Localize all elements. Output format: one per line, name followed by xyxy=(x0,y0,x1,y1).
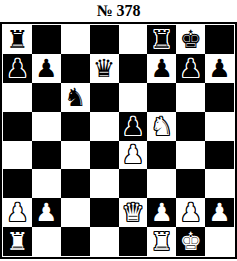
square-h5[interactable] xyxy=(205,112,234,141)
square-c2[interactable] xyxy=(61,198,90,227)
square-g8[interactable]: ♚ xyxy=(176,25,205,54)
page-title: № 378 xyxy=(0,0,237,22)
square-d1[interactable] xyxy=(90,227,119,256)
white-knight[interactable]: ♞ xyxy=(151,114,173,139)
square-h2[interactable]: ♟ xyxy=(205,198,234,227)
square-d5[interactable] xyxy=(90,112,119,141)
square-h7[interactable]: ♟ xyxy=(205,54,234,83)
black-queen[interactable]: ♛ xyxy=(93,56,115,81)
square-g1[interactable]: ♚ xyxy=(176,227,205,256)
white-pawn[interactable]: ♟ xyxy=(122,142,144,167)
square-e2[interactable]: ♛ xyxy=(119,198,148,227)
square-c5[interactable] xyxy=(61,112,90,141)
puzzle-diagram: № 378 ♜♜♚♟♟♛♟♟♟♞♟♞♟♟♟♛♟♟♟♜♜♚ xyxy=(0,0,237,261)
square-a6[interactable] xyxy=(3,83,32,112)
white-queen[interactable]: ♛ xyxy=(122,200,144,225)
white-pawn[interactable]: ♟ xyxy=(6,200,28,225)
square-f4[interactable] xyxy=(147,141,176,170)
white-pawn[interactable]: ♟ xyxy=(35,200,57,225)
square-f3[interactable] xyxy=(147,169,176,198)
square-h3[interactable] xyxy=(205,169,234,198)
square-e7[interactable] xyxy=(119,54,148,83)
square-a1[interactable]: ♜ xyxy=(3,227,32,256)
square-f6[interactable] xyxy=(147,83,176,112)
square-c8[interactable] xyxy=(61,25,90,54)
white-rook[interactable]: ♜ xyxy=(6,229,28,254)
square-e6[interactable] xyxy=(119,83,148,112)
square-d2[interactable] xyxy=(90,198,119,227)
square-f5[interactable]: ♞ xyxy=(147,112,176,141)
square-g7[interactable]: ♟ xyxy=(176,54,205,83)
square-a3[interactable] xyxy=(3,169,32,198)
square-d6[interactable] xyxy=(90,83,119,112)
square-d7[interactable]: ♛ xyxy=(90,54,119,83)
square-g4[interactable] xyxy=(176,141,205,170)
square-b6[interactable] xyxy=(32,83,61,112)
square-e1[interactable] xyxy=(119,227,148,256)
square-b4[interactable] xyxy=(32,141,61,170)
white-pawn[interactable]: ♟ xyxy=(151,200,173,225)
square-c4[interactable] xyxy=(61,141,90,170)
square-f7[interactable]: ♟ xyxy=(147,54,176,83)
black-rook[interactable]: ♜ xyxy=(6,27,28,52)
white-rook[interactable]: ♜ xyxy=(151,229,173,254)
black-pawn[interactable]: ♟ xyxy=(35,56,57,81)
square-a8[interactable]: ♜ xyxy=(3,25,32,54)
black-rook[interactable]: ♜ xyxy=(151,27,173,52)
square-g3[interactable] xyxy=(176,169,205,198)
square-c1[interactable] xyxy=(61,227,90,256)
square-c3[interactable] xyxy=(61,169,90,198)
black-pawn[interactable]: ♟ xyxy=(179,56,201,81)
square-a4[interactable] xyxy=(3,141,32,170)
white-pawn[interactable]: ♟ xyxy=(179,200,201,225)
square-g5[interactable] xyxy=(176,112,205,141)
square-g2[interactable]: ♟ xyxy=(176,198,205,227)
square-c7[interactable] xyxy=(61,54,90,83)
black-pawn[interactable]: ♟ xyxy=(6,56,28,81)
square-b2[interactable]: ♟ xyxy=(32,198,61,227)
square-d8[interactable] xyxy=(90,25,119,54)
square-a2[interactable]: ♟ xyxy=(3,198,32,227)
square-d3[interactable] xyxy=(90,169,119,198)
black-knight[interactable]: ♞ xyxy=(64,85,86,110)
square-a7[interactable]: ♟ xyxy=(3,54,32,83)
black-pawn[interactable]: ♟ xyxy=(208,56,230,81)
square-h8[interactable] xyxy=(205,25,234,54)
white-king[interactable]: ♚ xyxy=(179,229,201,254)
square-b3[interactable] xyxy=(32,169,61,198)
square-b7[interactable]: ♟ xyxy=(32,54,61,83)
chess-board: ♜♜♚♟♟♛♟♟♟♞♟♞♟♟♟♛♟♟♟♜♜♚ xyxy=(0,22,237,259)
black-pawn[interactable]: ♟ xyxy=(122,114,144,139)
square-e4[interactable]: ♟ xyxy=(119,141,148,170)
square-f8[interactable]: ♜ xyxy=(147,25,176,54)
square-c6[interactable]: ♞ xyxy=(61,83,90,112)
square-e5[interactable]: ♟ xyxy=(119,112,148,141)
square-e8[interactable] xyxy=(119,25,148,54)
square-g6[interactable] xyxy=(176,83,205,112)
square-f2[interactable]: ♟ xyxy=(147,198,176,227)
square-b8[interactable] xyxy=(32,25,61,54)
square-h4[interactable] xyxy=(205,141,234,170)
white-pawn[interactable]: ♟ xyxy=(208,200,230,225)
square-h1[interactable] xyxy=(205,227,234,256)
black-king[interactable]: ♚ xyxy=(179,27,201,52)
square-a5[interactable] xyxy=(3,112,32,141)
square-f1[interactable]: ♜ xyxy=(147,227,176,256)
square-b1[interactable] xyxy=(32,227,61,256)
square-h6[interactable] xyxy=(205,83,234,112)
square-e3[interactable] xyxy=(119,169,148,198)
black-pawn[interactable]: ♟ xyxy=(151,56,173,81)
square-b5[interactable] xyxy=(32,112,61,141)
square-d4[interactable] xyxy=(90,141,119,170)
